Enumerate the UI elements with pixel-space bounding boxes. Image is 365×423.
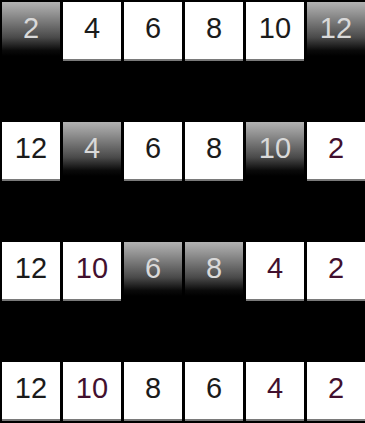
cell-r2c4-value-8: 8 <box>185 122 243 179</box>
cell-r3c3-value-6: 6 <box>124 242 182 299</box>
array-reversal-board: 24681012124681021210684212108642 <box>0 0 365 423</box>
cell-r3c5-value-4: 4 <box>246 242 304 299</box>
cell-r4c4-value-6: 6 <box>185 362 243 419</box>
cell-r1c4-value-8: 8 <box>185 2 243 59</box>
cell-r4c6-value-2: 2 <box>307 362 365 419</box>
cell-r4c5-value-4: 4 <box>246 362 304 419</box>
array-row-4: 12108642 <box>2 362 365 419</box>
cell-r2c1-value-12: 12 <box>2 122 60 179</box>
cell-r4c3-value-8: 8 <box>124 362 182 419</box>
cell-r1c3-value-6: 6 <box>124 2 182 59</box>
cell-r1c2-value-4: 4 <box>63 2 121 59</box>
cell-r3c6-value-2: 2 <box>307 242 365 299</box>
cell-r3c1-value-12: 12 <box>2 242 60 299</box>
cell-r4c2-value-10: 10 <box>63 362 121 419</box>
array-row-1: 24681012 <box>2 2 365 59</box>
cell-r1c5-value-10: 10 <box>246 2 304 59</box>
cell-r1c1-value-2: 2 <box>2 2 60 59</box>
cell-r3c2-value-10: 10 <box>63 242 121 299</box>
cell-r1c6-value-12: 12 <box>307 2 365 59</box>
cell-r4c1-value-12: 12 <box>2 362 60 419</box>
cell-r2c3-value-6: 6 <box>124 122 182 179</box>
cell-r3c4-value-8: 8 <box>185 242 243 299</box>
cell-r2c2-value-4: 4 <box>63 122 121 179</box>
cell-r2c6-value-2: 2 <box>307 122 365 179</box>
array-row-3: 12106842 <box>2 242 365 299</box>
cell-r2c5-value-10: 10 <box>246 122 304 179</box>
array-row-2: 12468102 <box>2 122 365 179</box>
